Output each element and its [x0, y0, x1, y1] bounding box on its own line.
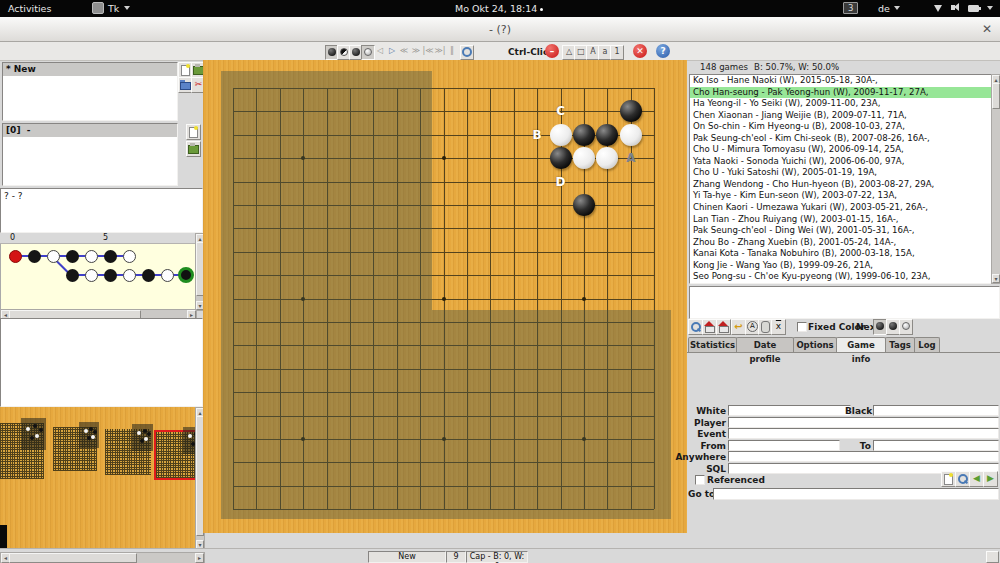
window-title: - (?)	[0, 23, 1000, 36]
winrate-summary: B: 50.7%, W: 50.0%	[754, 62, 839, 72]
undo-search-icon[interactable]: ↩	[731, 319, 746, 335]
thumbnails-horizontal-scrollbar[interactable]: ◂ ▸	[0, 552, 205, 563]
to-label: To	[845, 441, 871, 451]
thumbnail-stone	[91, 435, 95, 439]
tree-node[interactable]	[66, 269, 79, 282]
status-move-number: 9	[446, 551, 466, 563]
pattern-search-icon[interactable]	[688, 319, 703, 335]
game-list-item[interactable]: Pak Seung-ch'eol - Ding Wei (W), 2001-05…	[690, 225, 991, 237]
black-stone[interactable]	[573, 194, 595, 216]
thumbnails-canvas	[0, 407, 195, 548]
tree-node[interactable]	[66, 250, 79, 263]
event-label: Event	[666, 429, 726, 439]
ruler-label: 5	[103, 233, 108, 242]
thumbnail-search-region	[79, 422, 99, 448]
players-info-box: ? - ?	[0, 188, 203, 233]
thumbnail-stone	[84, 429, 88, 433]
game-list-item[interactable]: Kong Jie - Wang Yao (B), 1999-09-26, 21A…	[690, 260, 991, 272]
thumbnail-stone	[144, 437, 148, 441]
thumbnail-stone	[93, 430, 97, 434]
sgf-file-listbox[interactable]: * New	[2, 62, 178, 121]
game-info-preview-box	[689, 286, 1000, 319]
go-board[interactable]: CBAD	[203, 60, 687, 533]
white-stone[interactable]	[550, 124, 572, 146]
activities-button[interactable]: Activities	[8, 3, 51, 14]
game-list-item[interactable]: Seo Pong-su - Ch'oe Kyu-pyeong (W), 1999…	[690, 271, 991, 283]
white-stone[interactable]	[620, 124, 642, 146]
info-search-icon[interactable]	[955, 471, 970, 487]
white-stone-icon	[364, 48, 372, 56]
thumbnail-stone	[188, 434, 192, 438]
tree-node[interactable]	[85, 269, 98, 282]
tree-node[interactable]	[85, 250, 98, 263]
back-to-search-home-icon[interactable]	[716, 319, 731, 335]
volume-icon[interactable]	[951, 5, 955, 10]
tab-game-info[interactable]: Game info	[836, 337, 886, 353]
next-white-button[interactable]	[899, 319, 913, 335]
workspace-indicator[interactable]: 3	[843, 2, 858, 14]
thumbnail-search-region	[183, 427, 195, 454]
from-input[interactable]	[728, 440, 840, 451]
delete-stone-button[interactable]: –	[545, 44, 559, 58]
fixed-color-checkbox[interactable]	[797, 322, 807, 332]
gnome-top-bar: Activities Tk Mo Okt 24, 18:14 3 de	[0, 0, 1000, 17]
game-list[interactable]: Ko Iso - Hane Naoki (W), 2015-05-18, 30A…	[689, 74, 992, 284]
search-history-thumbnail[interactable]	[105, 429, 151, 475]
game-list-item[interactable]: On So-chin - Kim Hyeong-u (B), 2008-10-0…	[690, 121, 991, 133]
thumbnail-stone	[39, 428, 43, 432]
resize-grip[interactable]	[986, 551, 999, 563]
anywhere-label: Anywhere	[666, 452, 726, 462]
white-stone[interactable]	[596, 147, 618, 169]
game-list-item[interactable]: Zhang Wendong - Cho Hun-hyeon (B), 2003-…	[690, 179, 991, 191]
ruler-label: 0	[10, 233, 15, 242]
main-toolbar: ◁ ▷ ≪ ≫ |≪ ≫| ‖ Ctrl-Click: – △ □ A a 1 …	[0, 42, 1000, 61]
game-list-item[interactable]: Lan Tian - Zhou Ruiyang (W), 2003-01-15,…	[690, 214, 991, 226]
tab-tags[interactable]: Tags	[885, 337, 915, 352]
status-filename: New	[368, 551, 446, 563]
tree-node-current[interactable]	[178, 267, 194, 283]
tab-date-profile[interactable]: Date profile	[736, 337, 794, 352]
to-input[interactable]	[873, 440, 999, 451]
black-stone[interactable]	[596, 124, 618, 146]
tree-node[interactable]	[104, 269, 117, 282]
search-history-thumbnail-partial	[0, 525, 7, 548]
app-icon	[92, 2, 104, 14]
thumbnail-search-region	[21, 418, 46, 450]
event-input[interactable]	[728, 428, 999, 439]
play-white-button[interactable]	[361, 45, 375, 60]
clock[interactable]: Mo Okt 24, 18:14	[455, 3, 543, 14]
referenced-label: Referenced	[707, 475, 765, 485]
next-either-button[interactable]	[886, 319, 900, 335]
black-stone-icon	[328, 48, 336, 56]
white-stone-icon	[902, 322, 910, 330]
prev-result-arrow-icon[interactable]: ◀	[969, 471, 984, 487]
black-stone-icon	[876, 322, 884, 330]
black-stone[interactable]	[573, 124, 595, 146]
star-point	[442, 156, 446, 160]
game-list-item[interactable]: Yata Naoki - Sonoda Yuichi (W), 2006-06-…	[690, 156, 991, 168]
referenced-checkbox[interactable]	[695, 475, 705, 485]
thumbnail-stone	[30, 436, 34, 440]
tree-node[interactable]	[123, 250, 136, 263]
status-bar: ◂ ▸ New 9 Cap - B: 0, W: 0	[0, 548, 1000, 563]
battery-icon[interactable]	[968, 5, 979, 12]
white-input[interactable]	[728, 405, 851, 416]
black-stone-icon	[352, 48, 360, 56]
black-label: Black	[845, 406, 871, 416]
player-label: Player	[666, 418, 726, 428]
collection-game-selected[interactable]: [0] -	[3, 124, 177, 137]
statistics-icon[interactable]: x	[771, 319, 786, 335]
new-game-button[interactable]	[186, 124, 201, 140]
game-list-item[interactable]: Ha Yeong-il - Yo Seiki (W), 2009-11-00, …	[690, 98, 991, 110]
tree-node[interactable]	[47, 250, 60, 263]
star-point	[582, 297, 586, 301]
player-input[interactable]	[728, 417, 999, 428]
game-list-item[interactable]: Kanai Kota - Tanaka Nobuhiro (B), 2000-0…	[690, 248, 991, 260]
game-list-item[interactable]: Chen Xiaonan - Jiang Weijie (B), 2009-07…	[690, 110, 991, 122]
sgf-file-selected[interactable]: * New	[3, 63, 177, 76]
save-game-button[interactable]	[186, 141, 201, 157]
game-list-scrollbar[interactable]: ▴ ▾	[991, 74, 1000, 284]
continuation-label-A[interactable]: A	[623, 151, 639, 165]
board-surface: CBAD	[203, 60, 687, 533]
tree-node[interactable]	[123, 269, 136, 282]
to-end-button[interactable]: ≫|	[434, 45, 446, 58]
reset-button[interactable]: ✕	[633, 44, 647, 58]
pause-button[interactable]: ‖	[446, 45, 458, 58]
goto-input[interactable]	[713, 488, 999, 500]
tree-node[interactable]	[142, 269, 155, 282]
network-icon[interactable]	[934, 5, 942, 12]
tree-node[interactable]	[104, 250, 117, 263]
continuation-label-D[interactable]: D	[553, 175, 569, 189]
half-stone-icon	[340, 48, 348, 56]
thumbnail-stone	[137, 431, 141, 435]
mark-number-button[interactable]: 1	[610, 45, 624, 60]
forward-10-button[interactable]: ≫	[410, 45, 422, 58]
tree-canvas[interactable]	[0, 244, 196, 309]
thumbnail-search-region	[132, 424, 153, 451]
comment-textbox[interactable]	[0, 318, 203, 407]
tree-node-start[interactable]	[9, 250, 22, 263]
next-result-arrow-icon[interactable]: ▶	[983, 471, 998, 487]
window-titlebar[interactable]: - (?) ✕	[0, 17, 1000, 42]
game-list-item[interactable]: Chinen Kaori - Umezawa Yukari (W), 2003-…	[690, 202, 991, 214]
screen: Activities Tk Mo Okt 24, 18:14 3 de - (?…	[0, 0, 1000, 563]
collection-game-listbox[interactable]: [0] -	[2, 123, 178, 186]
thumbnail-stone	[33, 424, 37, 428]
back-button[interactable]: ◁	[374, 45, 386, 58]
game-list-item[interactable]: Pak Seung-ch'eol - Kim Chi-seok (B), 200…	[690, 133, 991, 145]
black-stone-icon	[889, 322, 897, 330]
tree-ruler: 0 5	[0, 233, 195, 244]
chevron-down-icon	[894, 6, 900, 10]
game-list-item[interactable]: Cho Han-seung - Pak Yeong-hun (W), 2009-…	[690, 87, 991, 99]
black-input[interactable]	[873, 405, 999, 416]
search-region-dim-overlay	[221, 71, 432, 310]
thumbnail-stone	[147, 432, 151, 436]
tab-log[interactable]: Log	[914, 337, 940, 352]
search-history-thumbnail[interactable]	[53, 427, 97, 471]
search-history-thumbnail[interactable]	[0, 423, 44, 479]
search-region-dim-overlay	[221, 310, 671, 519]
white-stone[interactable]	[573, 147, 595, 169]
chevron-down-icon	[124, 6, 130, 10]
tree-node[interactable]	[161, 269, 174, 282]
game-list-item[interactable]: Yi Ta-hye - Kim Eun-seon (W), 2003-07-22…	[690, 190, 991, 202]
white-label: White	[666, 406, 726, 416]
search-icon[interactable]	[460, 45, 474, 60]
anywhere-input[interactable]	[728, 451, 999, 462]
thumbnail-stone	[35, 434, 39, 438]
help-button[interactable]: ?	[656, 44, 670, 58]
thumbnail-stone	[26, 427, 30, 431]
app-menu[interactable]: Tk	[108, 3, 119, 14]
reset-gamelist-home-icon[interactable]	[702, 319, 717, 335]
game-list-item[interactable]: Cho U - Yuki Satoshi (W), 2005-01-19, 19…	[690, 167, 991, 179]
result-count: 148 games	[700, 62, 748, 72]
tabbar-divider	[687, 352, 1000, 353]
game-list-item[interactable]: Zhou Bo - Zhang Xuebin (B), 2001-05-24, …	[690, 237, 991, 249]
from-label: From	[666, 441, 726, 451]
next-black-button[interactable]	[873, 319, 887, 335]
black-stone[interactable]	[550, 147, 572, 169]
players-label: ? - ?	[1, 189, 202, 201]
game-list-item[interactable]: Cho U - Mimura Tomoyasu (W), 2006-09-14,…	[690, 144, 991, 156]
star-point	[442, 297, 446, 301]
close-button[interactable]: ✕	[982, 22, 992, 36]
game-list-item[interactable]: Ko Iso - Hane Naoki (W), 2015-05-18, 30A…	[690, 75, 991, 87]
notification-dot-icon	[540, 8, 543, 11]
chevron-down-icon[interactable]	[987, 6, 993, 10]
continuation-label-B[interactable]: B	[529, 128, 545, 142]
back-10-button[interactable]: ≪	[398, 45, 410, 58]
continuation-label-C[interactable]: C	[553, 104, 569, 118]
forward-button[interactable]: ▷	[386, 45, 398, 58]
black-stone[interactable]	[620, 100, 642, 122]
to-start-button[interactable]: |≪	[422, 45, 434, 58]
sql-label: SQL	[666, 464, 726, 474]
clear-form-button[interactable]	[941, 471, 956, 487]
tree-node[interactable]	[28, 250, 41, 263]
tab-statistics[interactable]: Statistics	[688, 337, 737, 352]
search-history-thumbnail[interactable]	[156, 432, 195, 478]
keyboard-layout[interactable]: de	[878, 3, 890, 14]
tab-options[interactable]: Options	[793, 337, 837, 352]
thumbnail-stone	[143, 429, 147, 433]
status-captures: Cap - B: 0, W: 0	[466, 551, 528, 563]
